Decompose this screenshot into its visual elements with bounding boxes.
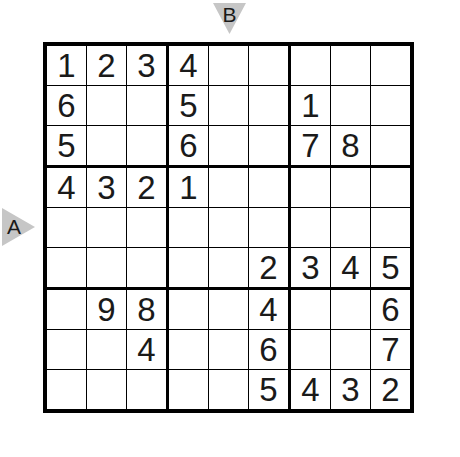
cell-r9c7[interactable]: 4 [291, 370, 331, 409]
cell-r7c6[interactable]: 4 [249, 290, 291, 330]
cell-r5c6[interactable] [249, 208, 291, 248]
cell-r7c9[interactable]: 6 [371, 290, 410, 330]
cell-r5c7[interactable] [291, 208, 331, 248]
sudoku-board: 123465156784321234598464675432 [43, 42, 414, 413]
cell-r2c3[interactable] [127, 86, 169, 126]
cell-r5c5[interactable] [209, 208, 249, 248]
cell-r5c2[interactable] [87, 208, 127, 248]
cell-r3c6[interactable] [249, 126, 291, 168]
cell-r1c6[interactable] [249, 46, 291, 86]
cell-r5c8[interactable] [331, 208, 371, 248]
cell-r2c1[interactable]: 6 [47, 86, 87, 126]
cell-r6c8[interactable]: 4 [331, 248, 371, 290]
cell-r3c4[interactable]: 6 [169, 126, 209, 168]
cell-r7c1[interactable] [47, 290, 87, 330]
cell-r6c5[interactable] [209, 248, 249, 290]
cell-r4c9[interactable] [371, 168, 410, 208]
cell-r6c4[interactable] [169, 248, 209, 290]
cell-r8c8[interactable] [331, 330, 371, 370]
puzzle-page: B A 123465156784321234598464675432 [0, 0, 460, 457]
cell-r3c9[interactable] [371, 126, 410, 168]
cell-r8c2[interactable] [87, 330, 127, 370]
cell-r2c8[interactable] [331, 86, 371, 126]
cell-r8c1[interactable] [47, 330, 87, 370]
cell-r9c1[interactable] [47, 370, 87, 409]
cell-r5c9[interactable] [371, 208, 410, 248]
cell-r9c9[interactable]: 2 [371, 370, 410, 409]
cell-r7c4[interactable] [169, 290, 209, 330]
cell-r4c6[interactable] [249, 168, 291, 208]
cell-r6c2[interactable] [87, 248, 127, 290]
cell-r1c9[interactable] [371, 46, 410, 86]
cell-r9c2[interactable] [87, 370, 127, 409]
cell-r3c7[interactable]: 7 [291, 126, 331, 168]
cell-r4c2[interactable]: 3 [87, 168, 127, 208]
cell-r2c7[interactable]: 1 [291, 86, 331, 126]
cell-r6c1[interactable] [47, 248, 87, 290]
cell-r6c3[interactable] [127, 248, 169, 290]
cell-r9c4[interactable] [169, 370, 209, 409]
cell-r8c9[interactable]: 7 [371, 330, 410, 370]
cell-r8c6[interactable]: 6 [249, 330, 291, 370]
cell-r2c4[interactable]: 5 [169, 86, 209, 126]
cell-r5c3[interactable] [127, 208, 169, 248]
cell-r8c4[interactable] [169, 330, 209, 370]
cell-r9c6[interactable]: 5 [249, 370, 291, 409]
cell-r4c3[interactable]: 2 [127, 168, 169, 208]
cell-r3c1[interactable]: 5 [47, 126, 87, 168]
cell-r6c6[interactable]: 2 [249, 248, 291, 290]
cell-r9c8[interactable]: 3 [331, 370, 371, 409]
cell-r7c5[interactable] [209, 290, 249, 330]
marker-a: A [2, 208, 35, 246]
cell-r3c8[interactable]: 8 [331, 126, 371, 168]
cell-r1c1[interactable]: 1 [47, 46, 87, 86]
cell-r4c5[interactable] [209, 168, 249, 208]
cell-r4c1[interactable]: 4 [47, 168, 87, 208]
cell-r3c2[interactable] [87, 126, 127, 168]
marker-a-label: A [7, 215, 21, 239]
cell-r3c5[interactable] [209, 126, 249, 168]
cell-r1c8[interactable] [331, 46, 371, 86]
cell-r7c3[interactable]: 8 [127, 290, 169, 330]
cell-r8c5[interactable] [209, 330, 249, 370]
cell-r2c2[interactable] [87, 86, 127, 126]
cell-r6c9[interactable]: 5 [371, 248, 410, 290]
cell-r5c1[interactable] [47, 208, 87, 248]
marker-b-label: B [222, 3, 236, 27]
cell-r9c3[interactable] [127, 370, 169, 409]
cell-r4c4[interactable]: 1 [169, 168, 209, 208]
cell-r7c8[interactable] [331, 290, 371, 330]
cell-r8c3[interactable]: 4 [127, 330, 169, 370]
cell-r7c2[interactable]: 9 [87, 290, 127, 330]
cell-r9c5[interactable] [209, 370, 249, 409]
cell-r4c7[interactable] [291, 168, 331, 208]
cell-r1c7[interactable] [291, 46, 331, 86]
cell-r2c9[interactable] [371, 86, 410, 126]
cell-r2c5[interactable] [209, 86, 249, 126]
cell-r7c7[interactable] [291, 290, 331, 330]
cell-r1c4[interactable]: 4 [169, 46, 209, 86]
cell-r8c7[interactable] [291, 330, 331, 370]
cell-r3c3[interactable] [127, 126, 169, 168]
cell-r4c8[interactable] [331, 168, 371, 208]
cell-r2c6[interactable] [249, 86, 291, 126]
cell-r1c2[interactable]: 2 [87, 46, 127, 86]
cell-r1c3[interactable]: 3 [127, 46, 169, 86]
cell-r6c7[interactable]: 3 [291, 248, 331, 290]
marker-b: B [213, 3, 246, 34]
cell-r5c4[interactable] [169, 208, 209, 248]
cell-r1c5[interactable] [209, 46, 249, 86]
